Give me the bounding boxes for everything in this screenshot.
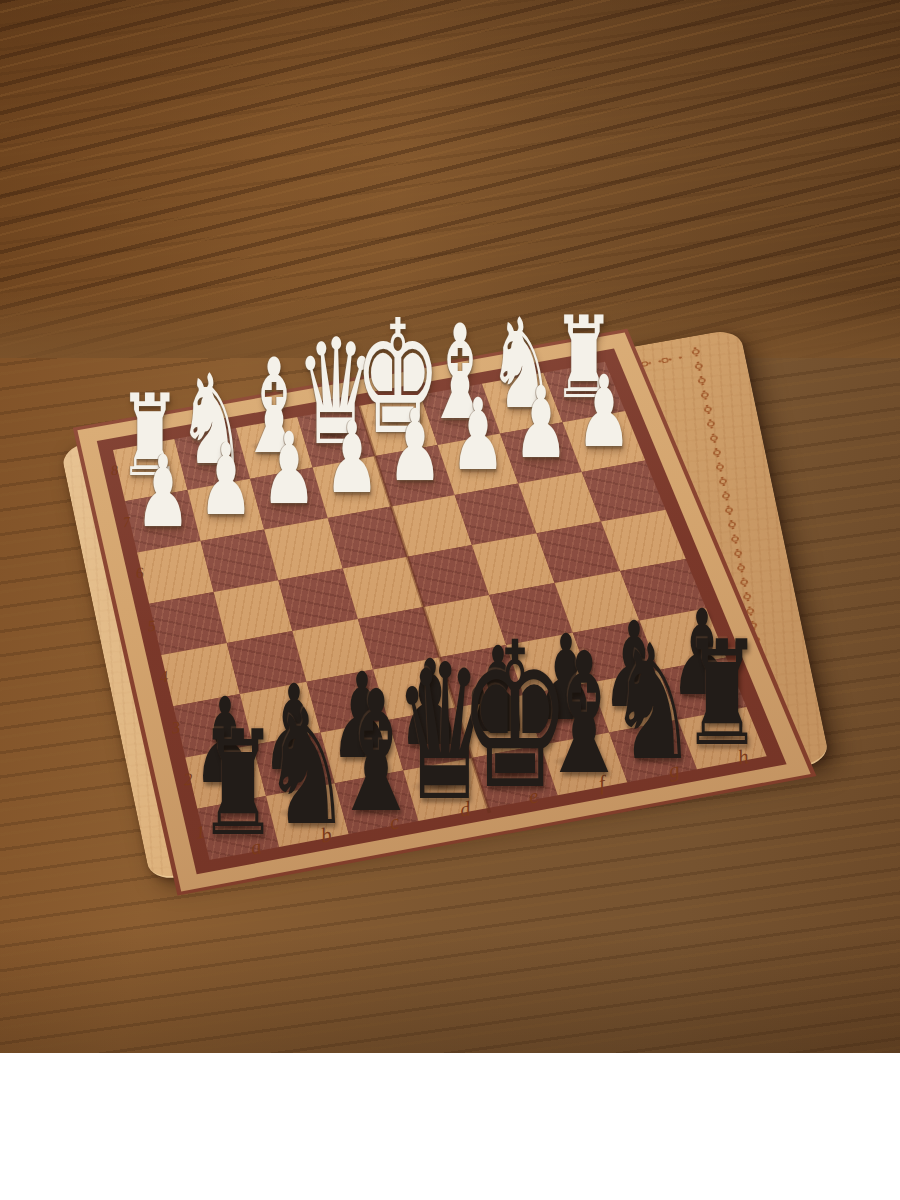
piece-white-pawn-a7: ♟ [135, 442, 190, 541]
photo-area: 87654321abcdefgh♜♞♝♛♚♝♞♜♟♟♟♟♟♟♟♟♟♟♟♟♟♟♟♟… [0, 0, 900, 1053]
piece-white-pawn-c7: ♟ [261, 419, 316, 518]
piece-white-pawn-h7: ♟ [576, 362, 631, 461]
piece-white-pawn-e7: ♟ [387, 396, 442, 495]
rank-label-5: 5 [147, 617, 156, 633]
board-layer: 87654321abcdefgh♜♞♝♛♚♝♞♜♟♟♟♟♟♟♟♟♟♟♟♟♟♟♟♟… [0, 0, 900, 1053]
rank-label-4: 4 [159, 669, 169, 686]
piece-white-pawn-f7: ♟ [450, 385, 505, 484]
rank-label-6: 6 [135, 566, 144, 582]
photo-bottom-white-strip [0, 1053, 900, 1200]
piece-white-pawn-d7: ♟ [324, 408, 379, 507]
piece-white-pawn-g7: ♟ [513, 373, 568, 472]
piece-black-rook-h1: ♜ [682, 622, 762, 767]
rank-label-3: 3 [171, 720, 181, 738]
piece-white-pawn-b7: ♟ [198, 430, 253, 529]
screenshot: 87654321abcdefgh♜♞♝♛♚♝♞♜♟♟♟♟♟♟♟♟♟♟♟♟♟♟♟♟… [0, 0, 900, 1200]
